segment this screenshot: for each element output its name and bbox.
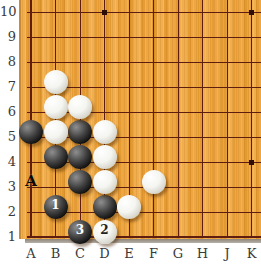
stone-white-E2[interactable]	[117, 195, 141, 219]
stone-black-B2[interactable]: 1	[44, 195, 68, 219]
row-label-4: 4	[0, 154, 16, 170]
col-label-E: E	[120, 246, 138, 262]
col-label-C: C	[71, 246, 89, 262]
row-label-8: 8	[0, 54, 16, 70]
col-label-G: G	[169, 246, 187, 262]
row-label-3: 3	[0, 179, 16, 195]
stone-white-D4[interactable]	[93, 145, 117, 169]
row-label-10: 10	[0, 4, 16, 20]
row-label-1: 1	[0, 229, 16, 245]
stone-white-B7[interactable]	[44, 70, 68, 94]
star-point-K10	[249, 10, 254, 15]
stone-black-C1[interactable]: 3	[68, 220, 92, 244]
point-mark-A3: A	[22, 173, 40, 189]
stone-black-C3[interactable]	[68, 170, 92, 194]
col-label-K: K	[243, 246, 261, 262]
stone-white-B6[interactable]	[44, 95, 68, 119]
stone-white-D1[interactable]: 2	[93, 220, 117, 244]
stone-white-B5[interactable]	[44, 120, 68, 144]
grid-line-horizontal-9	[27, 37, 261, 38]
grid-line-horizontal-10	[27, 12, 261, 13]
stone-black-B4[interactable]	[44, 145, 68, 169]
col-label-H: H	[194, 246, 212, 262]
row-label-7: 7	[0, 79, 16, 95]
col-label-F: F	[145, 246, 163, 262]
grid-line-horizontal-8	[27, 62, 261, 63]
stone-white-D3[interactable]	[93, 170, 117, 194]
row-label-6: 6	[0, 104, 16, 120]
stone-black-A5[interactable]	[19, 120, 43, 144]
stone-black-D2[interactable]	[93, 195, 117, 219]
board-bottom-shadow	[25, 239, 261, 243]
stone-white-F3[interactable]	[142, 170, 166, 194]
col-label-D: D	[96, 246, 114, 262]
star-point-D10	[102, 10, 107, 15]
star-point-K4	[249, 160, 254, 165]
move-number-1: 1	[51, 199, 59, 211]
go-diagram: 132A10987654321ABCDEFGHJK	[0, 0, 261, 264]
board-left-edge	[19, 0, 21, 239]
row-label-2: 2	[0, 204, 16, 220]
stone-white-D5[interactable]	[93, 120, 117, 144]
col-label-A: A	[22, 246, 40, 262]
col-label-J: J	[218, 246, 236, 262]
move-number-3: 3	[76, 224, 84, 236]
row-label-9: 9	[0, 29, 16, 45]
row-label-5: 5	[0, 129, 16, 145]
grid-line-horizontal-1	[27, 236, 261, 238]
stone-black-C4[interactable]	[68, 145, 92, 169]
move-number-2: 2	[100, 224, 108, 236]
stone-white-C6[interactable]	[68, 95, 92, 119]
col-label-B: B	[47, 246, 65, 262]
stone-black-C5[interactable]	[68, 120, 92, 144]
